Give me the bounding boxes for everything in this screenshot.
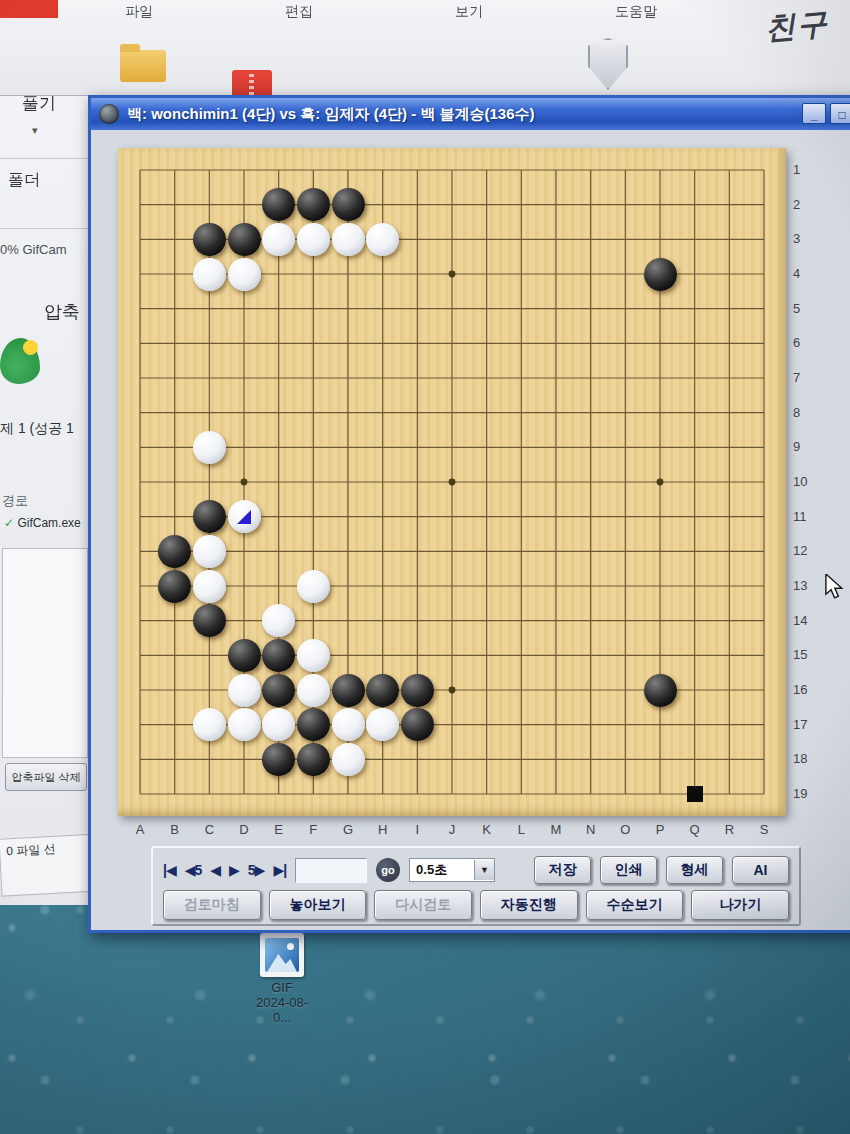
save-button[interactable]: 저장 (534, 856, 591, 884)
stone-white-G17 (332, 708, 365, 741)
maximize-button[interactable]: □ (830, 103, 850, 124)
caret-down-icon[interactable]: ▾ (32, 124, 38, 137)
archive-app-toolbar: 파일 편집 보기 도움말 ZIP ↯ 친구 (0, 0, 850, 96)
col-label-H: H (373, 822, 393, 837)
shield-icon[interactable] (588, 38, 628, 90)
open-folder-icon[interactable] (120, 50, 166, 82)
file-count-text: 0 파일 선 (6, 842, 56, 859)
menu-edit[interactable]: 편집 (285, 3, 313, 21)
estimate-button[interactable]: 형세 (666, 856, 723, 884)
stone-white-E3 (262, 223, 295, 256)
red-banner (0, 0, 58, 18)
menu-help[interactable]: 도움말 (615, 3, 657, 21)
star-point-J4 (449, 271, 456, 278)
alzip-clam-icon (0, 338, 40, 384)
nav-forward-button[interactable]: ▶ (229, 862, 239, 878)
col-label-B: B (165, 822, 185, 837)
path-column-header: 경로 (2, 492, 28, 510)
stone-white-C4 (193, 258, 226, 291)
row-label-8: 8 (793, 405, 800, 420)
auto-play-button[interactable]: 자동진행 (480, 890, 578, 920)
col-label-S: S (754, 822, 774, 837)
end-review-button[interactable]: 검토마침 (163, 890, 261, 920)
stone-black-G16 (332, 674, 365, 707)
stone-black-C3 (193, 223, 226, 256)
ai-button[interactable]: AI (732, 856, 789, 884)
col-label-P: P (650, 822, 670, 837)
stone-black-I16 (401, 674, 434, 707)
stone-black-B12 (158, 535, 191, 568)
stone-white-F16 (297, 674, 330, 707)
nav-first-button[interactable]: |◀ (163, 862, 176, 878)
file-entry[interactable]: ✓ GifCam.exe (4, 516, 81, 530)
col-label-E: E (269, 822, 289, 837)
move-number-input[interactable] (295, 858, 367, 883)
star-point-J16 (449, 687, 456, 694)
print-button[interactable]: 인쇄 (600, 856, 657, 884)
delay-value: 0.5초 (410, 861, 474, 879)
stone-black-G2 (332, 188, 365, 221)
stone-white-D16 (228, 674, 261, 707)
stone-black-C14 (193, 604, 226, 637)
window-titlebar[interactable]: 백: wonchimin1 (4단) vs 흑: 임제자 (4단) - 백 불계… (91, 98, 850, 130)
stone-white-F3 (297, 223, 330, 256)
nav-back5-button[interactable]: ◀5 (185, 862, 202, 878)
star-point-J10 (449, 479, 456, 486)
stone-black-C11 (193, 500, 226, 533)
last-move-triangle-marker (237, 510, 251, 524)
row-label-19: 19 (793, 786, 807, 801)
row-label-3: 3 (793, 231, 800, 246)
nav-last-button[interactable]: ▶| (273, 862, 286, 878)
stone-black-P16 (644, 674, 677, 707)
re-review-button[interactable]: 다시검토 (374, 890, 472, 920)
stone-white-C9 (193, 431, 226, 464)
stone-white-D11 (228, 500, 261, 533)
stone-black-F2 (297, 188, 330, 221)
row-label-4: 4 (793, 266, 800, 281)
delete-archive-button[interactable]: 압축파일 삭제 (5, 763, 87, 791)
row-label-12: 12 (793, 543, 807, 558)
col-label-O: O (615, 822, 635, 837)
row-label-2: 2 (793, 197, 800, 212)
go-board[interactable] (118, 148, 786, 816)
archive-item-text: 제 1 (성공 1 (0, 420, 74, 438)
row-label-17: 17 (793, 717, 807, 732)
col-label-A: A (130, 822, 150, 837)
stone-black-P4 (644, 258, 677, 291)
col-label-N: N (581, 822, 601, 837)
file-entry-name: GifCam.exe (17, 516, 80, 530)
exit-button[interactable]: 나가기 (691, 890, 789, 920)
go-button[interactable]: go (376, 858, 400, 882)
move-list-button[interactable]: 수순보기 (586, 890, 684, 920)
try-moves-button[interactable]: 놓아보기 (269, 890, 367, 920)
col-label-L: L (511, 822, 531, 837)
stone-black-E18 (262, 743, 295, 776)
row-label-6: 6 (793, 335, 800, 350)
row-label-16: 16 (793, 682, 807, 697)
stone-black-F18 (297, 743, 330, 776)
stone-white-D17 (228, 708, 261, 741)
stone-white-C17 (193, 708, 226, 741)
dropdown-arrow-icon[interactable]: ▼ (474, 860, 494, 880)
col-label-Q: Q (685, 822, 705, 837)
stone-black-E15 (262, 639, 295, 672)
check-icon: ✓ (4, 516, 14, 530)
col-label-R: R (719, 822, 739, 837)
stone-white-G3 (332, 223, 365, 256)
stone-white-F15 (297, 639, 330, 672)
row-label-11: 11 (793, 509, 807, 524)
stone-white-G18 (332, 743, 365, 776)
gif-icon-label-line1: GIF (252, 980, 312, 995)
row-label-14: 14 (793, 613, 807, 628)
stone-black-E16 (262, 674, 295, 707)
stone-white-F13 (297, 570, 330, 603)
stone-white-C13 (193, 570, 226, 603)
col-label-F: F (303, 822, 323, 837)
col-label-I: I (407, 822, 427, 837)
stone-white-D4 (228, 258, 261, 291)
col-label-G: G (338, 822, 358, 837)
col-label-D: D (234, 822, 254, 837)
image-file-icon (260, 933, 304, 977)
col-label-J: J (442, 822, 462, 837)
file-list-box[interactable] (2, 548, 88, 758)
row-label-7: 7 (793, 370, 800, 385)
stone-black-H16 (366, 674, 399, 707)
stone-white-H3 (366, 223, 399, 256)
menu-view[interactable]: 보기 (455, 3, 483, 21)
stone-white-C12 (193, 535, 226, 568)
friend-handwritten-text: 친구 (763, 3, 830, 49)
nav-back-button[interactable]: ◀ (210, 862, 220, 878)
mouse-cursor (824, 574, 848, 604)
gif-icon-label-line2: 2024-08-0... (252, 995, 312, 1025)
stone-black-I17 (401, 708, 434, 741)
stone-black-B13 (158, 570, 191, 603)
folder-label[interactable]: 폴더 (8, 170, 40, 191)
star-point-P10 (657, 479, 664, 486)
delay-dropdown[interactable]: 0.5초 ▼ (409, 858, 495, 882)
window-title: 백: wonchimin1 (4단) vs 흑: 임제자 (4단) - 백 불계… (127, 105, 535, 124)
col-label-M: M (546, 822, 566, 837)
minimize-button[interactable]: _ (802, 103, 826, 124)
row-label-5: 5 (793, 301, 800, 316)
gif-desktop-icon[interactable]: GIF 2024-08-0... (252, 933, 312, 1025)
compress-label[interactable]: 압축 (44, 300, 80, 324)
col-label-K: K (477, 822, 497, 837)
row-label-9: 9 (793, 439, 800, 454)
star-point-D10 (241, 479, 248, 486)
row-label-10: 10 (793, 474, 807, 489)
go-game-window: 백: wonchimin1 (4단) vs 흑: 임제자 (4단) - 백 불계… (88, 95, 850, 933)
row-label-13: 13 (793, 578, 807, 593)
control-panel: |◀ ◀5 ◀ ▶ 5▶ ▶| go 0.5초 ▼ 저장 인쇄 형세 AI 검토… (151, 846, 801, 926)
stone-black-D15 (228, 639, 261, 672)
gifcam-progress-text: 0% GifCam (0, 242, 66, 257)
globe-icon (99, 104, 119, 124)
row-label-18: 18 (793, 751, 807, 766)
menu-file[interactable]: 파일 (125, 3, 153, 21)
row-label-15: 15 (793, 647, 807, 662)
row-label-1: 1 (793, 162, 800, 177)
nav-forward5-button[interactable]: 5▶ (248, 862, 265, 878)
col-label-C: C (199, 822, 219, 837)
black-square-marker-Q19 (687, 786, 703, 802)
stone-black-D3 (228, 223, 261, 256)
stone-black-F17 (297, 708, 330, 741)
